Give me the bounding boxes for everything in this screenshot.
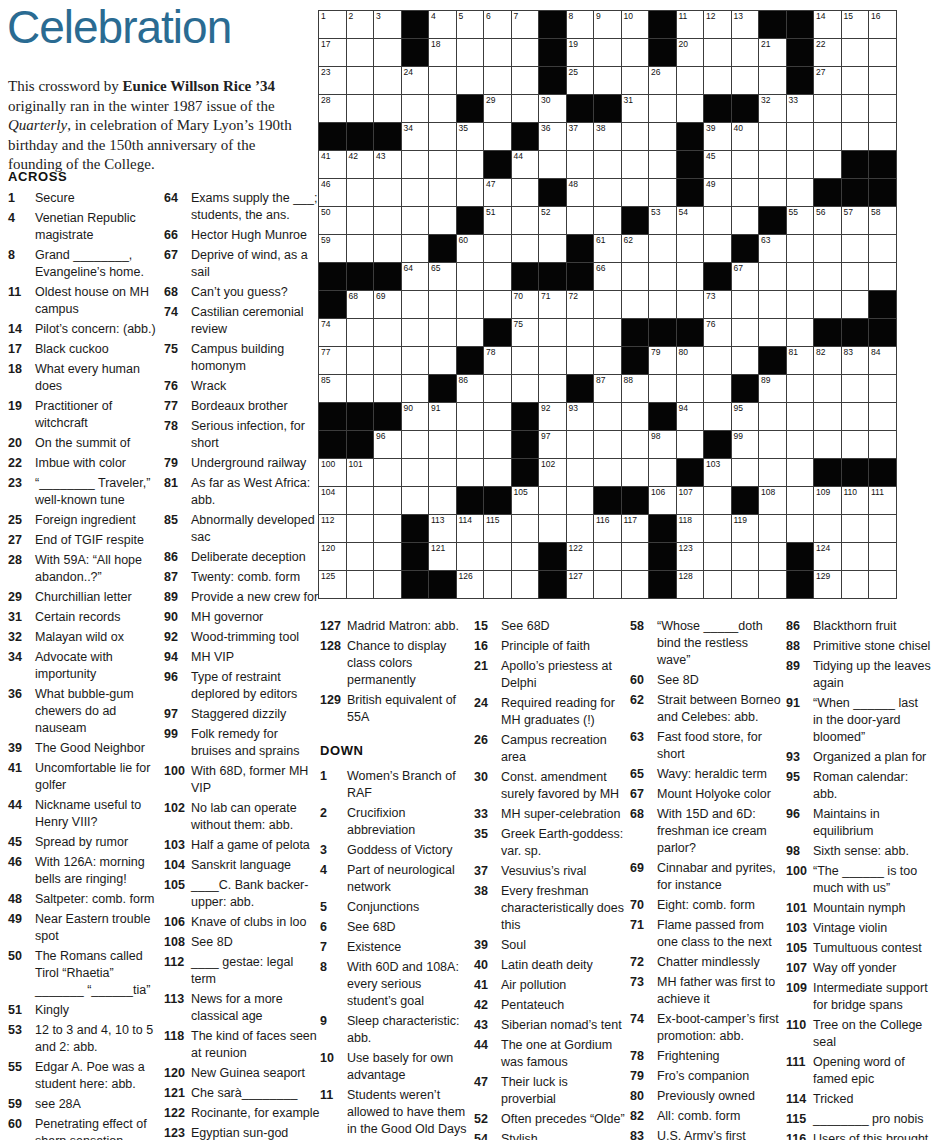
grid-cell[interactable] [842, 515, 869, 542]
grid-cell[interactable]: 14 [814, 11, 841, 38]
grid-cell[interactable]: 57 [842, 207, 869, 234]
grid-cell[interactable] [787, 319, 814, 346]
grid-cell[interactable] [842, 431, 869, 458]
grid-cell[interactable] [402, 95, 429, 122]
grid-cell[interactable]: 110 [842, 487, 869, 514]
grid-cell[interactable]: 67 [732, 263, 759, 290]
grid-cell[interactable]: 38 [594, 123, 621, 150]
grid-cell[interactable]: 102 [539, 459, 566, 486]
grid-cell[interactable]: 122 [567, 543, 594, 570]
grid-cell[interactable]: 10 [622, 11, 649, 38]
grid-cell[interactable] [842, 543, 869, 570]
grid-cell[interactable] [457, 431, 484, 458]
grid-cell[interactable] [622, 431, 649, 458]
grid-cell[interactable]: 127 [567, 571, 594, 598]
grid-cell[interactable] [732, 543, 759, 570]
grid-cell[interactable] [402, 459, 429, 486]
grid-cell[interactable] [814, 235, 841, 262]
grid-cell[interactable] [649, 179, 676, 206]
grid-cell[interactable] [512, 571, 539, 598]
grid-cell[interactable] [374, 459, 401, 486]
grid-cell[interactable]: 53 [649, 207, 676, 234]
grid-cell[interactable]: 44 [512, 151, 539, 178]
grid-cell[interactable] [402, 487, 429, 514]
grid-cell[interactable] [677, 235, 704, 262]
grid-cell[interactable]: 103 [704, 459, 731, 486]
grid-cell[interactable] [374, 39, 401, 66]
grid-cell[interactable] [677, 67, 704, 94]
grid-cell[interactable] [512, 235, 539, 262]
grid-cell[interactable] [429, 67, 456, 94]
grid-cell[interactable] [622, 571, 649, 598]
grid-cell[interactable]: 125 [319, 571, 346, 598]
grid-cell[interactable] [539, 375, 566, 402]
grid-cell[interactable]: 89 [759, 375, 786, 402]
grid-cell[interactable]: 33 [787, 95, 814, 122]
grid-cell[interactable] [374, 95, 401, 122]
grid-cell[interactable] [814, 403, 841, 430]
grid-cell[interactable] [677, 375, 704, 402]
grid-cell[interactable] [787, 291, 814, 318]
grid-cell[interactable] [347, 319, 374, 346]
grid-cell[interactable] [374, 235, 401, 262]
grid-cell[interactable]: 47 [484, 179, 511, 206]
grid-cell[interactable] [787, 375, 814, 402]
grid-cell[interactable] [759, 123, 786, 150]
grid-cell[interactable] [869, 403, 896, 430]
grid-cell[interactable] [567, 515, 594, 542]
grid-cell[interactable] [622, 459, 649, 486]
grid-cell[interactable]: 104 [319, 487, 346, 514]
grid-cell[interactable] [347, 543, 374, 570]
grid-cell[interactable]: 24 [402, 67, 429, 94]
grid-cell[interactable] [484, 39, 511, 66]
grid-cell[interactable]: 17 [319, 39, 346, 66]
grid-cell[interactable] [704, 543, 731, 570]
grid-cell[interactable] [512, 347, 539, 374]
grid-cell[interactable] [567, 487, 594, 514]
grid-cell[interactable]: 75 [512, 319, 539, 346]
grid-cell[interactable]: 25 [567, 67, 594, 94]
grid-cell[interactable] [484, 571, 511, 598]
grid-cell[interactable]: 100 [319, 459, 346, 486]
grid-cell[interactable] [402, 235, 429, 262]
grid-cell[interactable] [484, 67, 511, 94]
grid-cell[interactable] [402, 319, 429, 346]
grid-cell[interactable] [539, 235, 566, 262]
grid-cell[interactable] [814, 95, 841, 122]
grid-cell[interactable] [732, 207, 759, 234]
grid-cell[interactable] [704, 403, 731, 430]
grid-cell[interactable]: 50 [319, 207, 346, 234]
grid-cell[interactable] [787, 179, 814, 206]
grid-cell[interactable] [402, 375, 429, 402]
grid-cell[interactable]: 60 [457, 235, 484, 262]
grid-cell[interactable] [594, 207, 621, 234]
grid-cell[interactable]: 117 [622, 515, 649, 542]
grid-cell[interactable] [374, 207, 401, 234]
grid-cell[interactable]: 107 [677, 487, 704, 514]
grid-cell[interactable]: 91 [429, 403, 456, 430]
grid-cell[interactable]: 3 [374, 11, 401, 38]
grid-cell[interactable]: 82 [814, 347, 841, 374]
grid-cell[interactable] [704, 571, 731, 598]
grid-cell[interactable]: 22 [814, 39, 841, 66]
grid-cell[interactable] [814, 515, 841, 542]
grid-cell[interactable] [814, 151, 841, 178]
grid-cell[interactable] [732, 459, 759, 486]
grid-cell[interactable] [869, 515, 896, 542]
grid-cell[interactable]: 87 [594, 375, 621, 402]
grid-cell[interactable]: 27 [814, 67, 841, 94]
grid-cell[interactable]: 84 [869, 347, 896, 374]
grid-cell[interactable] [787, 515, 814, 542]
grid-cell[interactable] [622, 291, 649, 318]
grid-cell[interactable]: 4 [429, 11, 456, 38]
grid-cell[interactable]: 7 [512, 11, 539, 38]
grid-cell[interactable]: 68 [347, 291, 374, 318]
grid-cell[interactable] [704, 487, 731, 514]
grid-cell[interactable] [539, 515, 566, 542]
grid-cell[interactable]: 55 [787, 207, 814, 234]
grid-cell[interactable] [814, 123, 841, 150]
grid-cell[interactable] [759, 67, 786, 94]
grid-cell[interactable]: 58 [869, 207, 896, 234]
grid-cell[interactable] [869, 375, 896, 402]
grid-cell[interactable] [622, 39, 649, 66]
grid-cell[interactable] [869, 39, 896, 66]
grid-cell[interactable]: 94 [677, 403, 704, 430]
grid-cell[interactable] [814, 431, 841, 458]
grid-cell[interactable]: 113 [429, 515, 456, 542]
grid-cell[interactable] [429, 459, 456, 486]
grid-cell[interactable] [759, 403, 786, 430]
grid-cell[interactable] [374, 571, 401, 598]
grid-cell[interactable] [814, 375, 841, 402]
grid-cell[interactable]: 5 [457, 11, 484, 38]
grid-cell[interactable] [594, 459, 621, 486]
grid-cell[interactable] [842, 67, 869, 94]
grid-cell[interactable]: 21 [759, 39, 786, 66]
grid-cell[interactable] [347, 347, 374, 374]
grid-cell[interactable]: 86 [457, 375, 484, 402]
grid-cell[interactable]: 90 [402, 403, 429, 430]
grid-cell[interactable] [842, 235, 869, 262]
grid-cell[interactable]: 32 [759, 95, 786, 122]
grid-cell[interactable]: 70 [512, 291, 539, 318]
grid-cell[interactable] [649, 95, 676, 122]
grid-cell[interactable]: 72 [567, 291, 594, 318]
grid-cell[interactable] [677, 263, 704, 290]
grid-cell[interactable]: 11 [677, 11, 704, 38]
grid-cell[interactable] [374, 179, 401, 206]
grid-cell[interactable] [842, 95, 869, 122]
grid-cell[interactable]: 115 [484, 515, 511, 542]
grid-cell[interactable]: 6 [484, 11, 511, 38]
grid-cell[interactable] [787, 235, 814, 262]
grid-cell[interactable]: 45 [704, 151, 731, 178]
grid-cell[interactable] [842, 123, 869, 150]
grid-cell[interactable]: 49 [704, 179, 731, 206]
grid-cell[interactable] [594, 347, 621, 374]
grid-cell[interactable]: 92 [539, 403, 566, 430]
grid-cell[interactable] [732, 347, 759, 374]
grid-cell[interactable] [512, 39, 539, 66]
grid-cell[interactable]: 71 [539, 291, 566, 318]
grid-cell[interactable]: 76 [704, 319, 731, 346]
grid-cell[interactable] [347, 179, 374, 206]
grid-cell[interactable] [567, 151, 594, 178]
grid-cell[interactable] [429, 487, 456, 514]
grid-cell[interactable] [622, 263, 649, 290]
grid-cell[interactable] [512, 95, 539, 122]
grid-cell[interactable] [567, 347, 594, 374]
grid-cell[interactable] [512, 67, 539, 94]
grid-cell[interactable] [567, 459, 594, 486]
grid-cell[interactable]: 59 [319, 235, 346, 262]
grid-cell[interactable]: 114 [457, 515, 484, 542]
grid-cell[interactable]: 2 [347, 11, 374, 38]
grid-cell[interactable] [429, 123, 456, 150]
grid-cell[interactable] [429, 291, 456, 318]
grid-cell[interactable]: 19 [567, 39, 594, 66]
grid-cell[interactable]: 39 [704, 123, 731, 150]
grid-cell[interactable]: 118 [677, 515, 704, 542]
grid-cell[interactable]: 88 [622, 375, 649, 402]
grid-cell[interactable] [594, 151, 621, 178]
grid-cell[interactable]: 48 [567, 179, 594, 206]
grid-cell[interactable] [732, 179, 759, 206]
grid-cell[interactable]: 128 [677, 571, 704, 598]
grid-cell[interactable] [374, 515, 401, 542]
grid-cell[interactable] [704, 235, 731, 262]
grid-cell[interactable] [787, 151, 814, 178]
grid-cell[interactable] [787, 263, 814, 290]
grid-cell[interactable] [759, 179, 786, 206]
grid-cell[interactable] [429, 207, 456, 234]
grid-cell[interactable]: 56 [814, 207, 841, 234]
grid-cell[interactable] [402, 207, 429, 234]
grid-cell[interactable]: 54 [677, 207, 704, 234]
grid-cell[interactable] [869, 571, 896, 598]
grid-cell[interactable] [649, 263, 676, 290]
grid-cell[interactable] [759, 515, 786, 542]
grid-cell[interactable] [429, 431, 456, 458]
grid-cell[interactable] [374, 487, 401, 514]
grid-cell[interactable] [649, 291, 676, 318]
grid-cell[interactable] [429, 151, 456, 178]
grid-cell[interactable] [842, 403, 869, 430]
grid-cell[interactable]: 85 [319, 375, 346, 402]
grid-cell[interactable] [869, 235, 896, 262]
grid-cell[interactable]: 74 [319, 319, 346, 346]
grid-cell[interactable]: 41 [319, 151, 346, 178]
grid-cell[interactable] [649, 375, 676, 402]
grid-cell[interactable] [484, 375, 511, 402]
grid-cell[interactable] [457, 179, 484, 206]
grid-cell[interactable] [759, 431, 786, 458]
grid-cell[interactable] [594, 543, 621, 570]
grid-cell[interactable] [594, 431, 621, 458]
grid-cell[interactable]: 124 [814, 543, 841, 570]
grid-cell[interactable]: 112 [319, 515, 346, 542]
grid-cell[interactable]: 9 [594, 11, 621, 38]
grid-cell[interactable]: 15 [842, 11, 869, 38]
grid-cell[interactable]: 77 [319, 347, 346, 374]
grid-cell[interactable]: 111 [869, 487, 896, 514]
grid-cell[interactable] [567, 319, 594, 346]
grid-cell[interactable]: 20 [677, 39, 704, 66]
grid-cell[interactable] [512, 179, 539, 206]
grid-cell[interactable]: 51 [484, 207, 511, 234]
grid-cell[interactable] [594, 39, 621, 66]
grid-cell[interactable] [842, 375, 869, 402]
grid-cell[interactable] [457, 39, 484, 66]
grid-cell[interactable] [814, 263, 841, 290]
grid-cell[interactable] [374, 347, 401, 374]
grid-cell[interactable] [594, 67, 621, 94]
grid-cell[interactable] [457, 291, 484, 318]
grid-cell[interactable]: 79 [649, 347, 676, 374]
grid-cell[interactable] [347, 39, 374, 66]
grid-cell[interactable] [512, 515, 539, 542]
grid-cell[interactable] [869, 431, 896, 458]
grid-cell[interactable] [842, 291, 869, 318]
grid-cell[interactable] [512, 207, 539, 234]
grid-cell[interactable] [622, 179, 649, 206]
grid-cell[interactable]: 95 [732, 403, 759, 430]
grid-cell[interactable]: 65 [429, 263, 456, 290]
grid-cell[interactable] [787, 487, 814, 514]
grid-cell[interactable] [622, 151, 649, 178]
grid-cell[interactable]: 69 [374, 291, 401, 318]
grid-cell[interactable]: 28 [319, 95, 346, 122]
grid-cell[interactable]: 105 [512, 487, 539, 514]
grid-cell[interactable] [512, 543, 539, 570]
grid-cell[interactable]: 96 [374, 431, 401, 458]
grid-cell[interactable] [622, 123, 649, 150]
grid-cell[interactable] [429, 95, 456, 122]
grid-cell[interactable] [347, 515, 374, 542]
grid-cell[interactable] [347, 375, 374, 402]
grid-cell[interactable] [622, 67, 649, 94]
grid-cell[interactable] [484, 263, 511, 290]
grid-cell[interactable] [759, 459, 786, 486]
grid-cell[interactable]: 80 [677, 347, 704, 374]
grid-cell[interactable]: 36 [539, 123, 566, 150]
grid-cell[interactable] [539, 151, 566, 178]
grid-cell[interactable] [402, 151, 429, 178]
grid-cell[interactable] [649, 151, 676, 178]
grid-cell[interactable] [649, 235, 676, 262]
grid-cell[interactable]: 99 [732, 431, 759, 458]
grid-cell[interactable]: 62 [622, 235, 649, 262]
grid-cell[interactable] [402, 431, 429, 458]
grid-cell[interactable]: 64 [402, 263, 429, 290]
grid-cell[interactable] [457, 403, 484, 430]
grid-cell[interactable]: 93 [567, 403, 594, 430]
grid-cell[interactable] [704, 375, 731, 402]
grid-cell[interactable] [677, 431, 704, 458]
grid-cell[interactable]: 83 [842, 347, 869, 374]
grid-cell[interactable] [594, 403, 621, 430]
grid-cell[interactable] [869, 543, 896, 570]
grid-cell[interactable] [484, 235, 511, 262]
grid-cell[interactable] [732, 291, 759, 318]
grid-cell[interactable] [484, 291, 511, 318]
grid-cell[interactable] [567, 207, 594, 234]
grid-cell[interactable] [869, 263, 896, 290]
grid-cell[interactable] [842, 571, 869, 598]
grid-cell[interactable]: 116 [594, 515, 621, 542]
grid-cell[interactable] [677, 291, 704, 318]
grid-cell[interactable]: 73 [704, 291, 731, 318]
grid-cell[interactable]: 108 [759, 487, 786, 514]
grid-cell[interactable]: 52 [539, 207, 566, 234]
grid-cell[interactable] [787, 459, 814, 486]
grid-cell[interactable]: 106 [649, 487, 676, 514]
grid-cell[interactable] [429, 347, 456, 374]
grid-cell[interactable]: 42 [347, 151, 374, 178]
grid-cell[interactable] [457, 67, 484, 94]
grid-cell[interactable]: 123 [677, 543, 704, 570]
grid-cell[interactable]: 98 [649, 431, 676, 458]
grid-cell[interactable]: 1 [319, 11, 346, 38]
grid-cell[interactable] [787, 123, 814, 150]
grid-cell[interactable] [732, 39, 759, 66]
grid-cell[interactable] [732, 319, 759, 346]
grid-cell[interactable] [484, 459, 511, 486]
grid-cell[interactable] [704, 207, 731, 234]
grid-cell[interactable]: 78 [484, 347, 511, 374]
grid-cell[interactable] [347, 571, 374, 598]
grid-cell[interactable] [787, 431, 814, 458]
grid-cell[interactable]: 121 [429, 543, 456, 570]
grid-cell[interactable] [402, 347, 429, 374]
grid-cell[interactable] [457, 151, 484, 178]
grid-cell[interactable]: 120 [319, 543, 346, 570]
grid-cell[interactable]: 35 [457, 123, 484, 150]
grid-cell[interactable] [869, 123, 896, 150]
grid-cell[interactable]: 43 [374, 151, 401, 178]
grid-cell[interactable]: 18 [429, 39, 456, 66]
grid-cell[interactable] [759, 263, 786, 290]
grid-cell[interactable]: 23 [319, 67, 346, 94]
grid-cell[interactable] [649, 123, 676, 150]
grid-cell[interactable] [512, 375, 539, 402]
grid-cell[interactable] [429, 179, 456, 206]
grid-cell[interactable] [842, 39, 869, 66]
grid-cell[interactable] [402, 179, 429, 206]
grid-cell[interactable] [594, 179, 621, 206]
grid-cell[interactable] [649, 459, 676, 486]
grid-cell[interactable] [347, 207, 374, 234]
grid-cell[interactable] [732, 151, 759, 178]
grid-cell[interactable] [374, 67, 401, 94]
grid-cell[interactable] [457, 543, 484, 570]
grid-cell[interactable]: 119 [732, 515, 759, 542]
grid-cell[interactable] [759, 319, 786, 346]
grid-cell[interactable] [347, 95, 374, 122]
grid-cell[interactable]: 126 [457, 571, 484, 598]
grid-cell[interactable] [429, 319, 456, 346]
grid-cell[interactable]: 29 [484, 95, 511, 122]
grid-cell[interactable] [374, 319, 401, 346]
grid-cell[interactable] [759, 291, 786, 318]
grid-cell[interactable] [622, 543, 649, 570]
grid-cell[interactable]: 66 [594, 263, 621, 290]
grid-cell[interactable]: 13 [732, 11, 759, 38]
